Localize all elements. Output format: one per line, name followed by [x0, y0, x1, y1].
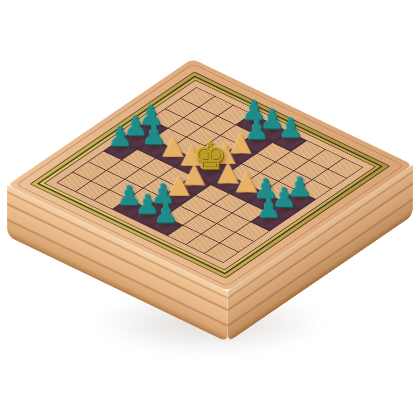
- attacker-glyph: ♟: [146, 181, 186, 227]
- product-photo-scene: ♟♟♟♟▲♟▲♟♟♟▲▲♚▲▲♟♟♟▲♟▲♟♟♟♟: [0, 0, 416, 416]
- tafl-game-box: ♟♟♟♟▲♟▲♟♟♟▲▲♚▲▲♟♟♟▲♟▲♟♟♟♟: [7, 59, 413, 292]
- attacker-glyph: ♟: [249, 175, 289, 221]
- attacker-glyph: ♟: [100, 104, 140, 150]
